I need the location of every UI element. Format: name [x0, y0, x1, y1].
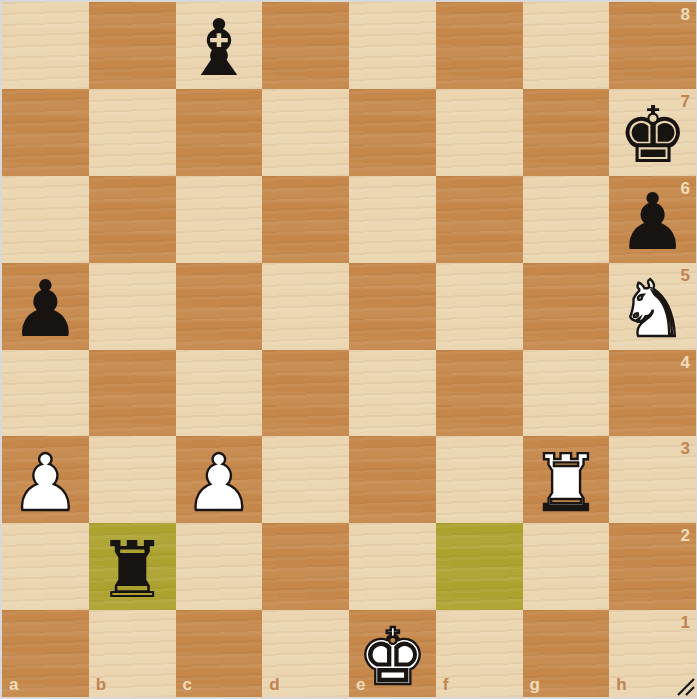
chess-board: ♝87♚6♟♟5♞4♟♟♜3♜2abcde♚fgh1 [2, 2, 696, 697]
white-king[interactable]: ♚ [357, 618, 427, 696]
square-f5[interactable] [436, 263, 523, 350]
square-d5[interactable] [262, 263, 349, 350]
square-d1[interactable]: d [262, 610, 349, 697]
square-c7[interactable] [176, 89, 263, 176]
square-g7[interactable] [523, 89, 610, 176]
square-h4[interactable]: 4 [609, 350, 696, 437]
square-g3[interactable]: ♜ [523, 436, 610, 523]
file-label-a: a [9, 676, 18, 693]
file-label-g: g [530, 676, 540, 693]
square-f1[interactable]: f [436, 610, 523, 697]
rank-label-2: 2 [681, 527, 690, 544]
square-g6[interactable] [523, 176, 610, 263]
rank-label-4: 4 [681, 354, 690, 371]
rank-label-5: 5 [681, 267, 690, 284]
square-h7[interactable]: 7♚ [609, 89, 696, 176]
square-c5[interactable] [176, 263, 263, 350]
square-b2[interactable]: ♜ [89, 523, 176, 610]
square-d7[interactable] [262, 89, 349, 176]
square-f6[interactable] [436, 176, 523, 263]
square-c8[interactable]: ♝ [176, 2, 263, 89]
black-king[interactable]: ♚ [618, 96, 688, 174]
square-e5[interactable] [349, 263, 436, 350]
rank-label-6: 6 [681, 180, 690, 197]
white-pawn[interactable]: ♟ [184, 444, 254, 522]
square-a3[interactable]: ♟ [2, 436, 89, 523]
file-label-b: b [96, 676, 106, 693]
square-e8[interactable] [349, 2, 436, 89]
square-b3[interactable] [89, 436, 176, 523]
square-b6[interactable] [89, 176, 176, 263]
square-e6[interactable] [349, 176, 436, 263]
square-c6[interactable] [176, 176, 263, 263]
file-label-f: f [443, 676, 449, 693]
square-g8[interactable] [523, 2, 610, 89]
square-f2[interactable] [436, 523, 523, 610]
file-label-h: h [616, 676, 626, 693]
rank-label-8: 8 [681, 6, 690, 23]
square-e2[interactable] [349, 523, 436, 610]
square-d4[interactable] [262, 350, 349, 437]
rank-label-3: 3 [681, 440, 690, 457]
square-c3[interactable]: ♟ [176, 436, 263, 523]
black-bishop[interactable]: ♝ [184, 9, 254, 87]
square-b5[interactable] [89, 263, 176, 350]
square-h8[interactable]: 8 [609, 2, 696, 89]
square-g4[interactable] [523, 350, 610, 437]
square-g1[interactable]: g [523, 610, 610, 697]
square-f7[interactable] [436, 89, 523, 176]
rank-label-7: 7 [681, 93, 690, 110]
square-a6[interactable] [2, 176, 89, 263]
white-pawn[interactable]: ♟ [10, 444, 80, 522]
black-pawn[interactable]: ♟ [618, 183, 688, 261]
square-h2[interactable]: 2 [609, 523, 696, 610]
square-c2[interactable] [176, 523, 263, 610]
square-e4[interactable] [349, 350, 436, 437]
white-rook[interactable]: ♜ [531, 444, 601, 522]
file-label-c: c [183, 676, 192, 693]
square-c4[interactable] [176, 350, 263, 437]
square-e1[interactable]: e♚ [349, 610, 436, 697]
square-b4[interactable] [89, 350, 176, 437]
square-h3[interactable]: 3 [609, 436, 696, 523]
black-pawn[interactable]: ♟ [10, 270, 80, 348]
square-f8[interactable] [436, 2, 523, 89]
black-rook[interactable]: ♜ [97, 531, 167, 609]
square-d2[interactable] [262, 523, 349, 610]
square-a8[interactable] [2, 2, 89, 89]
square-b1[interactable]: b [89, 610, 176, 697]
square-e3[interactable] [349, 436, 436, 523]
rank-label-1: 1 [681, 614, 690, 631]
square-a7[interactable] [2, 89, 89, 176]
square-a5[interactable]: ♟ [2, 263, 89, 350]
square-d3[interactable] [262, 436, 349, 523]
square-a1[interactable]: a [2, 610, 89, 697]
board-frame: ♝87♚6♟♟5♞4♟♟♜3♜2abcde♚fgh1 [0, 0, 697, 699]
resize-diagonal-icon[interactable] [675, 676, 695, 696]
square-h5[interactable]: 5♞ [609, 263, 696, 350]
file-label-d: d [269, 676, 279, 693]
square-b8[interactable] [89, 2, 176, 89]
square-h6[interactable]: 6♟ [609, 176, 696, 263]
file-label-e: e [356, 676, 365, 693]
white-knight[interactable]: ♞ [618, 270, 688, 348]
square-f3[interactable] [436, 436, 523, 523]
square-b7[interactable] [89, 89, 176, 176]
square-a2[interactable] [2, 523, 89, 610]
square-a4[interactable] [2, 350, 89, 437]
square-f4[interactable] [436, 350, 523, 437]
square-c1[interactable]: c [176, 610, 263, 697]
square-d6[interactable] [262, 176, 349, 263]
square-g2[interactable] [523, 523, 610, 610]
square-e7[interactable] [349, 89, 436, 176]
square-d8[interactable] [262, 2, 349, 89]
square-g5[interactable] [523, 263, 610, 350]
